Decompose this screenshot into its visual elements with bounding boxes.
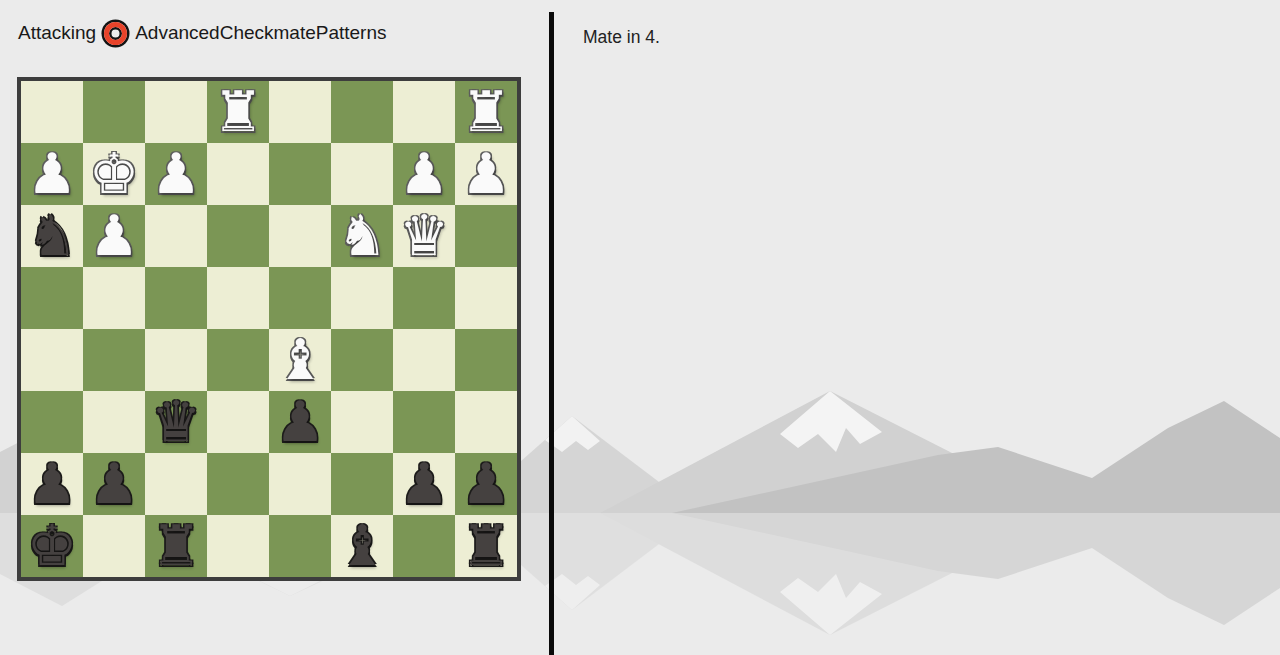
- square-h2[interactable]: ♟: [455, 453, 517, 515]
- square-e7[interactable]: [269, 143, 331, 205]
- category-label: Attacking: [18, 22, 96, 44]
- piece-bQ-c3[interactable]: ♛: [151, 391, 201, 453]
- piece-wN-f6[interactable]: ♞: [337, 205, 387, 267]
- puzzle-header: Attacking AdvancedCheckmatePatterns: [18, 18, 387, 48]
- square-b6[interactable]: ♟: [83, 205, 145, 267]
- square-a3[interactable]: [21, 391, 83, 453]
- square-a4[interactable]: [21, 329, 83, 391]
- square-f3[interactable]: [331, 391, 393, 453]
- piece-bR-c1[interactable]: ♜: [151, 515, 201, 577]
- square-h3[interactable]: [455, 391, 517, 453]
- square-d6[interactable]: [207, 205, 269, 267]
- square-f7[interactable]: [331, 143, 393, 205]
- square-c5[interactable]: [145, 267, 207, 329]
- square-e1[interactable]: [269, 515, 331, 577]
- piece-bK-a1[interactable]: ♚: [27, 515, 77, 577]
- square-f6[interactable]: ♞: [331, 205, 393, 267]
- panel-divider: [549, 12, 554, 655]
- square-e8[interactable]: [269, 81, 331, 143]
- square-h4[interactable]: [455, 329, 517, 391]
- square-e3[interactable]: ♟: [269, 391, 331, 453]
- square-a8[interactable]: [21, 81, 83, 143]
- square-f4[interactable]: [331, 329, 393, 391]
- square-c2[interactable]: [145, 453, 207, 515]
- square-b3[interactable]: [83, 391, 145, 453]
- square-a6[interactable]: ♞: [21, 205, 83, 267]
- square-g3[interactable]: [393, 391, 455, 453]
- square-f8[interactable]: [331, 81, 393, 143]
- course-title: AdvancedCheckmatePatterns: [135, 22, 386, 44]
- square-b1[interactable]: [83, 515, 145, 577]
- square-b8[interactable]: [83, 81, 145, 143]
- square-c8[interactable]: [145, 81, 207, 143]
- square-c7[interactable]: ♟: [145, 143, 207, 205]
- square-d5[interactable]: [207, 267, 269, 329]
- square-g5[interactable]: [393, 267, 455, 329]
- square-b2[interactable]: ♟: [83, 453, 145, 515]
- piece-bP-h2[interactable]: ♟: [461, 453, 511, 515]
- square-e2[interactable]: [269, 453, 331, 515]
- square-g6[interactable]: ♛: [393, 205, 455, 267]
- square-c6[interactable]: [145, 205, 207, 267]
- square-g7[interactable]: ♟: [393, 143, 455, 205]
- square-f1[interactable]: ♝: [331, 515, 393, 577]
- square-g2[interactable]: ♟: [393, 453, 455, 515]
- piece-wP-a7[interactable]: ♟: [27, 143, 77, 205]
- square-g1[interactable]: [393, 515, 455, 577]
- piece-bN-a6[interactable]: ♞: [27, 205, 77, 267]
- piece-wP-h7[interactable]: ♟: [461, 143, 511, 205]
- piece-bB-f1[interactable]: ♝: [337, 515, 387, 577]
- square-f5[interactable]: [331, 267, 393, 329]
- puzzle-instruction: Mate in 4.: [583, 27, 660, 48]
- piece-wB-e4[interactable]: ♝: [275, 329, 325, 391]
- square-c3[interactable]: ♛: [145, 391, 207, 453]
- square-a2[interactable]: ♟: [21, 453, 83, 515]
- piece-wP-g7[interactable]: ♟: [399, 143, 449, 205]
- square-a5[interactable]: [21, 267, 83, 329]
- square-b7[interactable]: ♚: [83, 143, 145, 205]
- square-d7[interactable]: [207, 143, 269, 205]
- square-d3[interactable]: [207, 391, 269, 453]
- bullseye-ring-icon: [104, 22, 127, 45]
- piece-wP-c7[interactable]: ♟: [151, 143, 201, 205]
- square-d1[interactable]: [207, 515, 269, 577]
- square-e6[interactable]: [269, 205, 331, 267]
- square-b4[interactable]: [83, 329, 145, 391]
- chess-board-frame: ♜♜♟♚♟♟♟♞♟♞♛♝♛♟♟♟♟♟♚♜♝♜: [17, 77, 521, 581]
- piece-bP-b2[interactable]: ♟: [89, 453, 139, 515]
- square-h5[interactable]: [455, 267, 517, 329]
- chess-board[interactable]: ♜♜♟♚♟♟♟♞♟♞♛♝♛♟♟♟♟♟♚♜♝♜: [21, 81, 517, 577]
- square-d8[interactable]: ♜: [207, 81, 269, 143]
- piece-bR-h1[interactable]: ♜: [461, 515, 511, 577]
- piece-bP-a2[interactable]: ♟: [27, 453, 77, 515]
- square-c4[interactable]: [145, 329, 207, 391]
- square-h6[interactable]: [455, 205, 517, 267]
- square-d4[interactable]: [207, 329, 269, 391]
- square-a1[interactable]: ♚: [21, 515, 83, 577]
- piece-bP-e3[interactable]: ♟: [275, 391, 325, 453]
- square-c1[interactable]: ♜: [145, 515, 207, 577]
- piece-bP-g2[interactable]: ♟: [399, 453, 449, 515]
- piece-wQ-g6[interactable]: ♛: [399, 205, 449, 267]
- square-h8[interactable]: ♜: [455, 81, 517, 143]
- square-a7[interactable]: ♟: [21, 143, 83, 205]
- square-e4[interactable]: ♝: [269, 329, 331, 391]
- square-g4[interactable]: [393, 329, 455, 391]
- square-h1[interactable]: ♜: [455, 515, 517, 577]
- square-h7[interactable]: ♟: [455, 143, 517, 205]
- square-e5[interactable]: [269, 267, 331, 329]
- square-d2[interactable]: [207, 453, 269, 515]
- piece-wR-h8[interactable]: ♜: [461, 81, 511, 143]
- square-g8[interactable]: [393, 81, 455, 143]
- square-f2[interactable]: [331, 453, 393, 515]
- piece-wP-b6[interactable]: ♟: [89, 205, 139, 267]
- piece-wR-d8[interactable]: ♜: [213, 81, 263, 143]
- square-b5[interactable]: [83, 267, 145, 329]
- piece-wK-b7[interactable]: ♚: [89, 143, 139, 205]
